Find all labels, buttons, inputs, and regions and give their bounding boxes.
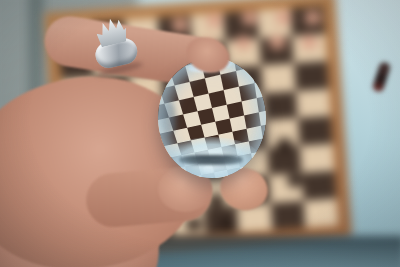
photo-crystal-ball-over-chessboard	[0, 0, 400, 267]
board-table-shadow	[125, 236, 400, 267]
black-piece-blurred	[276, 138, 293, 153]
white-piece-blurred	[172, 17, 189, 32]
white-piece-blurred	[269, 35, 286, 50]
glass-overlay	[158, 58, 266, 178]
white-piece-blurred	[301, 35, 318, 50]
black-piece-blurred	[287, 172, 304, 187]
white-piece-blurred	[234, 35, 251, 50]
white-piece-blurred	[206, 13, 223, 28]
white-piece-blurred	[275, 10, 292, 25]
white-piece-blurred	[305, 10, 322, 25]
crystal-ball	[158, 58, 266, 178]
white-piece-blurred	[241, 10, 258, 25]
black-piece-blurred	[218, 217, 235, 232]
